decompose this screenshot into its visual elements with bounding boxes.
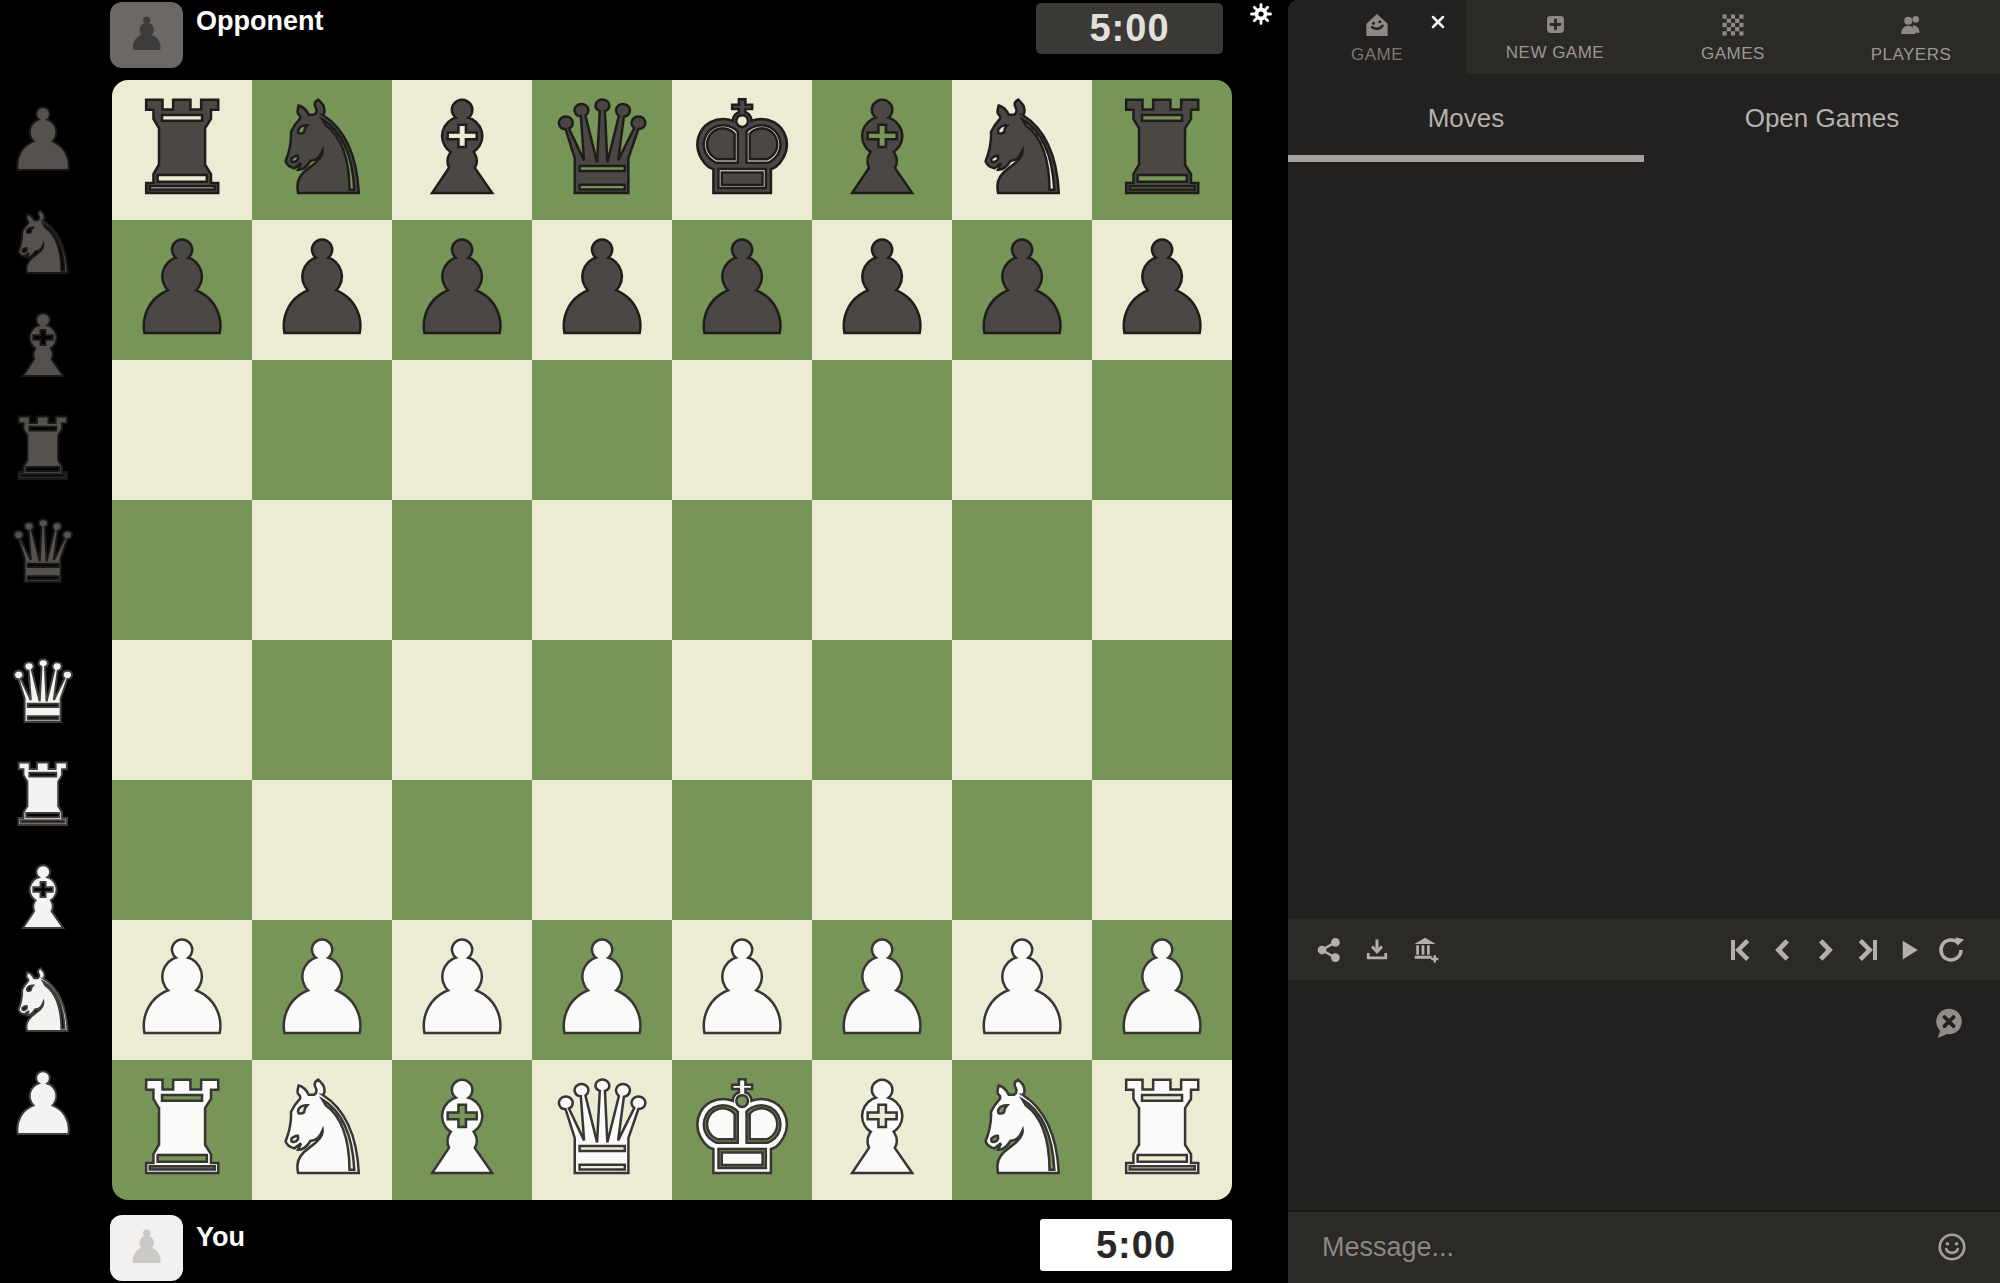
piece-white-pawn[interactable]: ♟ [112, 920, 252, 1060]
piece-white-pawn[interactable]: ♟ [672, 920, 812, 1060]
piece-white-pawn[interactable]: ♟ [952, 920, 1092, 1060]
square-f8[interactable]: ♝ [812, 80, 952, 220]
square-f5[interactable] [812, 500, 952, 640]
piece-black-bishop[interactable]: ♝ [392, 80, 532, 220]
chess-board: ♜♞♝♛♚♝♞♜♟♟♟♟♟♟♟♟♟♟♟♟♟♟♟♟♜♞♝♛♚♝♞♜ [112, 80, 1232, 1200]
square-a6[interactable] [112, 360, 252, 500]
moves-list [1288, 162, 2000, 919]
piece-white-bishop[interactable]: ♝ [812, 1060, 952, 1200]
square-d2[interactable]: ♟ [532, 920, 672, 1060]
square-a7[interactable]: ♟ [112, 220, 252, 360]
piece-white-queen[interactable]: ♛ [532, 1060, 672, 1200]
piece-white-pawn[interactable]: ♟ [1092, 920, 1232, 1060]
square-g5[interactable] [952, 500, 1092, 640]
square-g1[interactable]: ♞ [952, 1060, 1092, 1200]
square-a2[interactable]: ♟ [112, 920, 252, 1060]
smiley-icon[interactable] [1936, 1231, 1970, 1265]
tab-game-label: GAME [1351, 45, 1403, 65]
close-game-tab-icon[interactable] [1428, 12, 1448, 32]
square-c2[interactable]: ♟ [392, 920, 532, 1060]
square-h7[interactable]: ♟ [1092, 220, 1232, 360]
nav-last-icon[interactable] [1850, 933, 1884, 967]
panel-tab-bar: GAME NEW GAME [1288, 0, 2000, 74]
tray-piece-white-knight[interactable]: ♞ [0, 955, 86, 1047]
square-f4[interactable] [812, 640, 952, 780]
piece-black-pawn[interactable]: ♟ [252, 220, 392, 360]
square-d4[interactable] [532, 640, 672, 780]
square-g4[interactable] [952, 640, 1092, 780]
piece-white-pawn[interactable]: ♟ [252, 920, 392, 1060]
message-bar: Message... [1288, 1210, 2000, 1283]
you-clock: 5:00 [1040, 1219, 1232, 1271]
nav-next-icon[interactable] [1808, 933, 1842, 967]
square-f3[interactable] [812, 780, 952, 920]
piece-white-knight[interactable]: ♞ [252, 1060, 392, 1200]
piece-white-pawn[interactable]: ♟ [392, 920, 532, 1060]
tab-new-game[interactable]: NEW GAME [1466, 0, 1644, 74]
piece-white-pawn[interactable]: ♟ [532, 920, 672, 1060]
tab-new-game-label: NEW GAME [1506, 43, 1604, 63]
download-icon[interactable] [1360, 933, 1394, 967]
square-h2[interactable]: ♟ [1092, 920, 1232, 1060]
square-e8[interactable]: ♚ [672, 80, 812, 220]
square-e6[interactable] [672, 360, 812, 500]
opponent-avatar[interactable]: ♟ [110, 2, 183, 68]
square-f7[interactable]: ♟ [812, 220, 952, 360]
piece-black-pawn[interactable]: ♟ [1092, 220, 1232, 360]
square-d3[interactable] [532, 780, 672, 920]
square-a5[interactable] [112, 500, 252, 640]
opponent-clock: 5:00 [1036, 3, 1223, 54]
piece-white-knight[interactable]: ♞ [952, 1060, 1092, 1200]
square-b7[interactable]: ♟ [252, 220, 392, 360]
share-icon[interactable] [1312, 933, 1346, 967]
square-d8[interactable]: ♛ [532, 80, 672, 220]
square-h1[interactable]: ♜ [1092, 1060, 1232, 1200]
square-b5[interactable] [252, 500, 392, 640]
square-e2[interactable]: ♟ [672, 920, 812, 1060]
subtab-moves[interactable]: Moves [1288, 74, 1644, 162]
chat-clear-icon[interactable] [1932, 1006, 1966, 1040]
square-g8[interactable]: ♞ [952, 80, 1092, 220]
piece-black-king[interactable]: ♚ [672, 80, 812, 220]
tab-games-label: GAMES [1701, 44, 1765, 64]
square-e7[interactable]: ♟ [672, 220, 812, 360]
square-c8[interactable]: ♝ [392, 80, 532, 220]
tray-piece-black-queen[interactable]: ♛ [0, 506, 86, 598]
nav-prev-icon[interactable] [1766, 933, 1800, 967]
square-b4[interactable] [252, 640, 392, 780]
square-d7[interactable]: ♟ [532, 220, 672, 360]
square-c6[interactable] [392, 360, 532, 500]
square-a1[interactable]: ♜ [112, 1060, 252, 1200]
square-g3[interactable] [952, 780, 1092, 920]
side-panel: GAME NEW GAME [1288, 0, 2000, 1283]
square-e4[interactable] [672, 640, 812, 780]
tray-piece-white-pawn[interactable]: ♟ [0, 1058, 86, 1150]
tray-piece-white-rook[interactable]: ♜ [0, 749, 86, 841]
square-c3[interactable] [392, 780, 532, 920]
refresh-icon[interactable] [1934, 933, 1968, 967]
opponent-name: Opponent [196, 6, 323, 37]
you-avatar[interactable]: ♟ [110, 1215, 183, 1281]
piece-black-pawn[interactable]: ♟ [952, 220, 1092, 360]
square-f6[interactable] [812, 360, 952, 500]
piece-black-pawn[interactable]: ♟ [112, 220, 252, 360]
tray-piece-white-bishop[interactable]: ♝ [0, 852, 86, 944]
game-controls-bar [1288, 919, 2000, 980]
chat-messages-area [1288, 980, 2000, 1210]
tab-players[interactable]: PLAYERS [1822, 0, 2000, 74]
panel-subtabs: Moves Open Games [1288, 74, 2000, 162]
square-c5[interactable] [392, 500, 532, 640]
square-b3[interactable] [252, 780, 392, 920]
tab-games[interactable]: GAMES [1644, 0, 1822, 74]
square-h3[interactable] [1092, 780, 1232, 920]
piece-tray: ♟♞♝♜♛♛♜♝♞♟ [0, 0, 86, 1283]
piece-white-bishop[interactable]: ♝ [392, 1060, 532, 1200]
piece-black-rook[interactable]: ♜ [1092, 80, 1232, 220]
square-h6[interactable] [1092, 360, 1232, 500]
piece-black-rook[interactable]: ♜ [112, 80, 252, 220]
app-window: ♟♞♝♜♛♛♜♝♞♟ ♟ Opponent 5:00 ♜♞♝♛♚ [0, 0, 2000, 1283]
square-g7[interactable]: ♟ [952, 220, 1092, 360]
tray-piece-black-pawn[interactable]: ♟ [0, 94, 86, 186]
square-e5[interactable] [672, 500, 812, 640]
piece-black-pawn[interactable]: ♟ [672, 220, 812, 360]
play-icon[interactable] [1892, 933, 1926, 967]
square-c1[interactable]: ♝ [392, 1060, 532, 1200]
piece-black-queen[interactable]: ♛ [532, 80, 672, 220]
square-h5[interactable] [1092, 500, 1232, 640]
square-c4[interactable] [392, 640, 532, 780]
piece-black-pawn[interactable]: ♟ [812, 220, 952, 360]
square-b8[interactable]: ♞ [252, 80, 392, 220]
square-a4[interactable] [112, 640, 252, 780]
piece-white-king[interactable]: ♚ [672, 1060, 812, 1200]
nav-first-icon[interactable] [1724, 933, 1758, 967]
piece-black-bishop[interactable]: ♝ [812, 80, 952, 220]
settings-gear-icon[interactable] [1249, 2, 1273, 26]
subtab-open-games[interactable]: Open Games [1644, 74, 2000, 162]
square-b6[interactable] [252, 360, 392, 500]
square-b1[interactable]: ♞ [252, 1060, 392, 1200]
square-f1[interactable]: ♝ [812, 1060, 952, 1200]
piece-white-rook[interactable]: ♜ [1092, 1060, 1232, 1200]
square-e1[interactable]: ♚ [672, 1060, 812, 1200]
piece-black-knight[interactable]: ♞ [952, 80, 1092, 220]
piece-black-pawn[interactable]: ♟ [532, 220, 672, 360]
message-input[interactable]: Message... [1322, 1232, 1936, 1263]
square-g2[interactable]: ♟ [952, 920, 1092, 1060]
square-d5[interactable] [532, 500, 672, 640]
square-c7[interactable]: ♟ [392, 220, 532, 360]
square-d1[interactable]: ♛ [532, 1060, 672, 1200]
piece-black-pawn[interactable]: ♟ [392, 220, 532, 360]
tray-piece-black-rook[interactable]: ♜ [0, 403, 86, 495]
square-a3[interactable] [112, 780, 252, 920]
square-b2[interactable]: ♟ [252, 920, 392, 1060]
tab-players-label: PLAYERS [1871, 45, 1952, 65]
piece-white-pawn[interactable]: ♟ [812, 920, 952, 1060]
square-h8[interactable]: ♜ [1092, 80, 1232, 220]
square-d6[interactable] [532, 360, 672, 500]
square-a8[interactable]: ♜ [112, 80, 252, 220]
tab-game[interactable]: GAME [1288, 0, 1466, 74]
square-h4[interactable] [1092, 640, 1232, 780]
piece-white-rook[interactable]: ♜ [112, 1060, 252, 1200]
square-e3[interactable] [672, 780, 812, 920]
square-f2[interactable]: ♟ [812, 920, 952, 1060]
database-add-icon[interactable] [1408, 933, 1442, 967]
you-name: You [196, 1222, 245, 1253]
tray-piece-white-queen[interactable]: ♛ [0, 646, 86, 738]
piece-black-knight[interactable]: ♞ [252, 80, 392, 220]
tray-piece-black-bishop[interactable]: ♝ [0, 300, 86, 392]
tray-piece-black-knight[interactable]: ♞ [0, 197, 86, 289]
square-g6[interactable] [952, 360, 1092, 500]
